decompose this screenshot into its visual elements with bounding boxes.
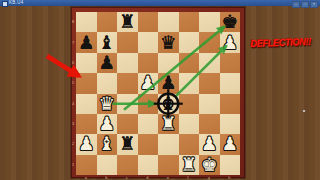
rank-label-4: 4: [72, 102, 74, 106]
square-g1[interactable]: ♚: [199, 155, 220, 175]
rank-label-2: 2: [72, 142, 74, 146]
square-a8[interactable]: [76, 12, 97, 32]
close-button[interactable]: ×: [310, 1, 318, 8]
square-b3[interactable]: ♟: [97, 114, 118, 134]
square-d5[interactable]: ♟: [138, 73, 159, 93]
black-queen-e7[interactable]: ♛: [158, 32, 179, 52]
black-bishop-b7[interactable]: ♝: [97, 32, 118, 52]
square-f3[interactable]: [179, 114, 200, 134]
square-d7[interactable]: [138, 32, 159, 52]
maximize-button[interactable]: □: [301, 1, 309, 8]
square-f2[interactable]: [179, 134, 200, 154]
square-g4[interactable]: [199, 94, 220, 114]
square-h7[interactable]: ♟: [220, 32, 241, 52]
square-d3[interactable]: [138, 114, 159, 134]
square-c6[interactable]: [117, 53, 138, 73]
square-a2[interactable]: ♟: [76, 134, 97, 154]
white-pawn-h7[interactable]: ♟: [220, 32, 241, 52]
white-pawn-b3[interactable]: ♟: [97, 114, 118, 134]
square-c1[interactable]: [117, 155, 138, 175]
square-d1[interactable]: [138, 155, 159, 175]
square-b1[interactable]: [97, 155, 118, 175]
square-d4[interactable]: [138, 94, 159, 114]
window-controls: – □ ×: [292, 1, 318, 8]
white-pawn-h2[interactable]: ♟: [220, 134, 241, 154]
white-pawn-a2[interactable]: ♟: [76, 134, 97, 154]
white-rook-f1[interactable]: ♜: [179, 155, 200, 175]
square-a5[interactable]: [76, 73, 97, 93]
rank-label-7: 7: [72, 41, 74, 45]
square-a7[interactable]: ♟: [76, 32, 97, 52]
square-g8[interactable]: [199, 12, 220, 32]
square-b4[interactable]: ♛: [97, 94, 118, 114]
square-b7[interactable]: ♝: [97, 32, 118, 52]
white-king-g1[interactable]: ♚: [199, 155, 220, 175]
square-g6[interactable]: [199, 53, 220, 73]
square-f5[interactable]: [179, 73, 200, 93]
black-pawn-a7[interactable]: ♟: [76, 32, 97, 52]
square-c2[interactable]: ♜: [117, 134, 138, 154]
black-bishop-e4[interactable]: ♝: [158, 94, 179, 114]
square-f4[interactable]: [179, 94, 200, 114]
square-e2[interactable]: [158, 134, 179, 154]
square-d2[interactable]: [138, 134, 159, 154]
black-pawn-b6[interactable]: ♟: [97, 53, 118, 73]
file-label-g: g: [208, 176, 210, 180]
white-bishop-b2[interactable]: ♝: [97, 134, 118, 154]
square-h5[interactable]: [220, 73, 241, 93]
square-e8[interactable]: [158, 12, 179, 32]
square-c4[interactable]: [117, 94, 138, 114]
square-f1[interactable]: ♜: [179, 155, 200, 175]
black-king-h8[interactable]: ♚: [220, 12, 241, 32]
white-queen-b4[interactable]: ♛: [97, 94, 118, 114]
application-window: KB.U4 – □ × ♜♚♟♝♛♟♟♟♟♛♝♟♜♟♝♜♟♟♜♚ 8765432…: [0, 0, 320, 180]
square-f6[interactable]: [179, 53, 200, 73]
black-rook-c2[interactable]: ♜: [117, 134, 138, 154]
square-f7[interactable]: [179, 32, 200, 52]
window-titlebar: KB.U4 – □ ×: [0, 0, 320, 6]
white-rook-e3[interactable]: ♜: [158, 114, 179, 134]
square-e6[interactable]: [158, 53, 179, 73]
file-label-e: e: [167, 176, 169, 180]
square-a4[interactable]: [76, 94, 97, 114]
file-label-f: f: [187, 176, 188, 180]
square-b6[interactable]: ♟: [97, 53, 118, 73]
square-h3[interactable]: [220, 114, 241, 134]
square-h1[interactable]: [220, 155, 241, 175]
white-pawn-g2[interactable]: ♟: [199, 134, 220, 154]
square-c3[interactable]: [117, 114, 138, 134]
square-h6[interactable]: [220, 53, 241, 73]
square-b8[interactable]: [97, 12, 118, 32]
square-a3[interactable]: [76, 114, 97, 134]
file-label-a: a: [85, 176, 87, 180]
square-b5[interactable]: [97, 73, 118, 93]
square-c7[interactable]: [117, 32, 138, 52]
square-g3[interactable]: [199, 114, 220, 134]
square-c5[interactable]: [117, 73, 138, 93]
square-b2[interactable]: ♝: [97, 134, 118, 154]
square-a1[interactable]: [76, 155, 97, 175]
file-label-h: h: [228, 176, 230, 180]
rank-label-5: 5: [72, 81, 74, 85]
square-g7[interactable]: [199, 32, 220, 52]
square-e7[interactable]: ♛: [158, 32, 179, 52]
window-title: KB.U4: [9, 0, 24, 6]
square-d8[interactable]: [138, 12, 159, 32]
square-f8[interactable]: [179, 12, 200, 32]
white-pawn-d5[interactable]: ♟: [138, 73, 159, 93]
black-rook-c8[interactable]: ♜: [117, 12, 138, 32]
square-e5[interactable]: ♟: [158, 73, 179, 93]
rank-label-6: 6: [72, 61, 74, 65]
file-label-b: b: [105, 176, 107, 180]
square-d6[interactable]: [138, 53, 159, 73]
square-h8[interactable]: ♚: [220, 12, 241, 32]
square-a6[interactable]: [76, 53, 97, 73]
square-e1[interactable]: [158, 155, 179, 175]
square-g2[interactable]: ♟: [199, 134, 220, 154]
square-g5[interactable]: [199, 73, 220, 93]
minimize-button[interactable]: –: [292, 1, 300, 8]
file-label-d: d: [146, 176, 148, 180]
app-icon: [2, 1, 8, 7]
square-h2[interactable]: ♟: [220, 134, 241, 154]
rank-label-3: 3: [72, 122, 74, 126]
file-label-c: c: [126, 176, 128, 180]
rank-label-1: 1: [72, 163, 74, 167]
square-e3[interactable]: ♜: [158, 114, 179, 134]
chess-board[interactable]: ♜♚♟♝♛♟♟♟♟♛♝♟♜♟♝♜♟♟♜♚: [76, 12, 240, 175]
black-pawn-e5[interactable]: ♟: [158, 73, 179, 93]
rank-label-8: 8: [72, 20, 74, 24]
square-h4[interactable]: [220, 94, 241, 114]
square-c8[interactable]: ♜: [117, 12, 138, 32]
square-e4[interactable]: ♝: [158, 94, 179, 114]
